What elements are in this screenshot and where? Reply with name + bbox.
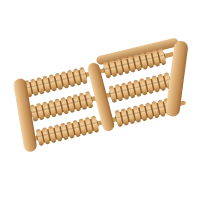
product-photo — [0, 0, 200, 200]
image-canvas — [0, 0, 200, 200]
foot-massage-roller-illustration — [0, 0, 200, 200]
